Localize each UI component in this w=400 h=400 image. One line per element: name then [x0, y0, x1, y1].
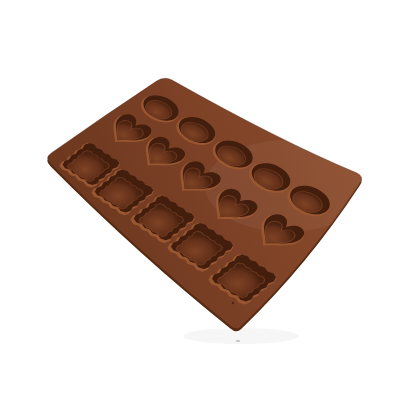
soft-shadow: [183, 328, 299, 344]
surface-dimple: [232, 302, 234, 304]
background-speck: [236, 340, 241, 342]
photo-canvas: [0, 0, 400, 400]
chocolate-mold-photo: [0, 0, 400, 400]
